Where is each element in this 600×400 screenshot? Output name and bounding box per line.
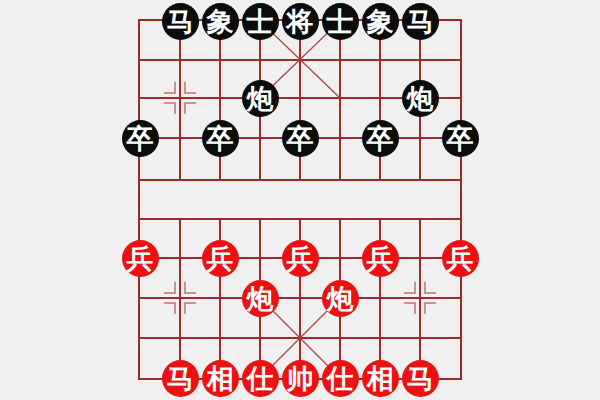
piece-red-horse[interactable]: 马	[162, 360, 199, 397]
piece-red-cannon[interactable]: 炮	[322, 280, 359, 317]
piece-black-horse[interactable]: 马	[162, 3, 199, 40]
piece-red-soldier[interactable]: 兵	[202, 240, 239, 277]
piece-red-advisor[interactable]: 仕	[242, 360, 279, 397]
piece-black-cannon[interactable]: 炮	[402, 80, 439, 117]
piece-black-soldier[interactable]: 卒	[122, 120, 159, 157]
xiangqi-board-screenshot: 马象士将士象马炮炮卒卒卒卒卒兵兵兵兵兵炮炮马相仕帅仕相马	[0, 0, 600, 400]
piece-black-soldier[interactable]: 卒	[442, 120, 479, 157]
piece-black-general[interactable]: 将	[282, 3, 319, 40]
piece-black-elephant[interactable]: 象	[202, 3, 239, 40]
piece-red-soldier[interactable]: 兵	[362, 240, 399, 277]
piece-black-soldier[interactable]: 卒	[362, 120, 399, 157]
piece-red-soldier[interactable]: 兵	[442, 240, 479, 277]
pieces-layer: 马象士将士象马炮炮卒卒卒卒卒兵兵兵兵兵炮炮马相仕帅仕相马	[0, 0, 600, 400]
piece-red-cannon[interactable]: 炮	[242, 280, 279, 317]
piece-red-soldier[interactable]: 兵	[122, 240, 159, 277]
piece-black-soldier[interactable]: 卒	[202, 120, 239, 157]
piece-red-soldier[interactable]: 兵	[282, 240, 319, 277]
piece-black-elephant[interactable]: 象	[362, 3, 399, 40]
piece-red-advisor[interactable]: 仕	[322, 360, 359, 397]
piece-black-horse[interactable]: 马	[402, 3, 439, 40]
piece-red-elephant[interactable]: 相	[362, 360, 399, 397]
piece-red-elephant[interactable]: 相	[202, 360, 239, 397]
piece-red-general[interactable]: 帅	[282, 360, 319, 397]
piece-black-soldier[interactable]: 卒	[282, 120, 319, 157]
piece-black-advisor[interactable]: 士	[242, 3, 279, 40]
piece-black-advisor[interactable]: 士	[322, 3, 359, 40]
piece-red-horse[interactable]: 马	[402, 360, 439, 397]
piece-black-cannon[interactable]: 炮	[242, 80, 279, 117]
